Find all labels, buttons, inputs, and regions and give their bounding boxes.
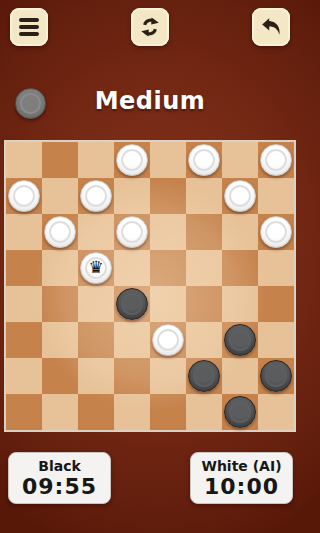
board-cell bbox=[42, 250, 78, 286]
board-cell[interactable] bbox=[78, 178, 114, 214]
board-cell bbox=[186, 322, 222, 358]
board-cell bbox=[150, 358, 186, 394]
board-cell[interactable] bbox=[42, 286, 78, 322]
undo-button[interactable] bbox=[252, 8, 290, 46]
black-clock-time: 09:55 bbox=[22, 475, 97, 499]
board-cell bbox=[258, 322, 294, 358]
board-cell bbox=[114, 178, 150, 214]
checkers-app-screen: { "game": "checkers", "toolbar": { "menu… bbox=[0, 0, 300, 533]
board-cell bbox=[6, 358, 42, 394]
board-cell bbox=[78, 214, 114, 250]
board-cell[interactable] bbox=[42, 142, 78, 178]
board-cell[interactable] bbox=[6, 322, 42, 358]
black-piece[interactable] bbox=[188, 360, 220, 392]
board-cell[interactable] bbox=[114, 286, 150, 322]
board-cell[interactable] bbox=[222, 178, 258, 214]
board-cell[interactable] bbox=[258, 358, 294, 394]
board-cell[interactable]: ♛ bbox=[78, 250, 114, 286]
board-cell[interactable] bbox=[6, 250, 42, 286]
board-cell bbox=[42, 322, 78, 358]
board-cell[interactable] bbox=[258, 142, 294, 178]
board-cell bbox=[222, 286, 258, 322]
board-cell[interactable] bbox=[6, 394, 42, 430]
black-clock: Black 09:55 bbox=[8, 452, 111, 504]
restart-sync-icon bbox=[138, 15, 162, 39]
board-cell[interactable] bbox=[114, 142, 150, 178]
board-cell[interactable] bbox=[186, 358, 222, 394]
white-piece[interactable] bbox=[116, 144, 148, 176]
board-cell bbox=[150, 214, 186, 250]
black-clock-label: Black bbox=[38, 458, 81, 475]
restart-button[interactable] bbox=[131, 8, 169, 46]
black-piece[interactable] bbox=[260, 360, 292, 392]
board-cell bbox=[114, 394, 150, 430]
black-piece[interactable] bbox=[116, 288, 148, 320]
king-crown-icon: ♛ bbox=[88, 259, 103, 276]
checkers-board: ♛ bbox=[4, 140, 296, 432]
board-cell bbox=[78, 142, 114, 178]
board-cell[interactable] bbox=[150, 178, 186, 214]
board-cell[interactable] bbox=[186, 286, 222, 322]
board-cell[interactable] bbox=[258, 214, 294, 250]
white-piece[interactable] bbox=[116, 216, 148, 248]
white-clock-label: White (AI) bbox=[201, 458, 281, 475]
board-cell bbox=[78, 358, 114, 394]
menu-button[interactable] bbox=[10, 8, 48, 46]
black-piece[interactable] bbox=[224, 324, 256, 356]
board-cell bbox=[114, 250, 150, 286]
board-cell[interactable] bbox=[150, 322, 186, 358]
board-cell bbox=[78, 286, 114, 322]
board-cell[interactable] bbox=[114, 214, 150, 250]
white-clock: White (AI) 10:00 bbox=[190, 452, 293, 504]
board-cell[interactable] bbox=[186, 142, 222, 178]
board-cell[interactable] bbox=[150, 394, 186, 430]
white-piece[interactable] bbox=[188, 144, 220, 176]
board-cell[interactable] bbox=[42, 214, 78, 250]
white-king-piece[interactable]: ♛ bbox=[80, 252, 112, 284]
board-cell bbox=[6, 142, 42, 178]
board-cell bbox=[258, 394, 294, 430]
board-cell[interactable] bbox=[222, 250, 258, 286]
board-cell bbox=[42, 178, 78, 214]
board-cell[interactable] bbox=[78, 322, 114, 358]
difficulty-label: Medium bbox=[0, 87, 300, 115]
board-cell bbox=[222, 142, 258, 178]
white-piece[interactable] bbox=[8, 180, 40, 212]
board-cell bbox=[150, 142, 186, 178]
white-piece[interactable] bbox=[260, 216, 292, 248]
board-cell bbox=[42, 394, 78, 430]
white-clock-time: 10:00 bbox=[204, 475, 279, 499]
board-cell[interactable] bbox=[186, 214, 222, 250]
white-piece[interactable] bbox=[260, 144, 292, 176]
white-piece[interactable] bbox=[44, 216, 76, 248]
board-cell bbox=[186, 178, 222, 214]
board-cell bbox=[150, 286, 186, 322]
board-cell bbox=[258, 178, 294, 214]
board-cell[interactable] bbox=[258, 286, 294, 322]
board-cell bbox=[6, 286, 42, 322]
board-cell[interactable] bbox=[114, 358, 150, 394]
board-cell bbox=[222, 214, 258, 250]
board-cell[interactable] bbox=[42, 358, 78, 394]
board-cell bbox=[6, 214, 42, 250]
white-piece[interactable] bbox=[224, 180, 256, 212]
undo-arrow-icon bbox=[260, 16, 283, 39]
board-cell bbox=[222, 358, 258, 394]
board-cell bbox=[186, 394, 222, 430]
board-cell bbox=[186, 250, 222, 286]
board-cell[interactable] bbox=[150, 250, 186, 286]
board-cell bbox=[258, 250, 294, 286]
board-cell[interactable] bbox=[6, 178, 42, 214]
white-piece[interactable] bbox=[80, 180, 112, 212]
board-cell[interactable] bbox=[222, 394, 258, 430]
white-piece[interactable] bbox=[152, 324, 184, 356]
board-cell bbox=[114, 322, 150, 358]
board-cell[interactable] bbox=[78, 394, 114, 430]
black-piece[interactable] bbox=[224, 396, 256, 428]
hamburger-icon bbox=[19, 18, 39, 36]
board-cell[interactable] bbox=[222, 322, 258, 358]
